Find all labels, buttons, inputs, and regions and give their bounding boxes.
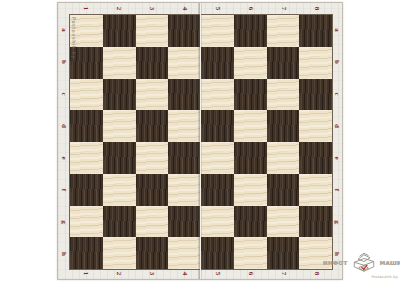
coord-top-4: 4 (179, 0, 190, 25)
coord-right-d: d (321, 121, 353, 132)
coord-right-a: a (321, 25, 353, 36)
coord-bottom-1: 1 (80, 257, 91, 283)
coords-left: abcdefgh (58, 14, 69, 270)
coord-bottom-3: 3 (146, 257, 157, 283)
square-c6 (234, 79, 267, 111)
square-f3 (136, 174, 169, 206)
square-e2 (103, 142, 136, 174)
square-f7 (267, 174, 300, 206)
vertical-watermark: Postavshik.by (71, 17, 77, 59)
coord-top-3: 3 (146, 0, 157, 25)
logo-sub-text: Postavshik.by (371, 276, 398, 280)
logo-right-text: МАШИНЕ (380, 261, 400, 267)
coord-left-c: c (48, 89, 80, 100)
coord-left-g: g (48, 217, 80, 228)
square-d2 (103, 110, 136, 142)
square-b5 (201, 47, 234, 79)
fold-seam (199, 3, 202, 279)
coord-right-b: b (321, 57, 353, 68)
square-f2 (103, 174, 136, 206)
square-d7 (267, 110, 300, 142)
printer-icon (349, 251, 379, 277)
square-g2 (103, 206, 136, 238)
coord-left-e: e (48, 153, 80, 164)
square-c4 (168, 79, 201, 111)
chessboard: 12345678 12345678 abcdefgh abcdefgh Post… (57, 2, 343, 280)
square-c3 (136, 79, 169, 111)
logo-left-text: ИНФОТ (323, 261, 348, 267)
coords-right: abcdefgh (331, 14, 342, 270)
square-f4 (168, 174, 201, 206)
square-b7 (267, 47, 300, 79)
square-c7 (267, 79, 300, 111)
square-e3 (136, 142, 169, 174)
coord-right-e: e (321, 153, 353, 164)
square-g7 (267, 206, 300, 238)
coord-top-1: 1 (80, 0, 91, 25)
coord-bottom-5: 5 (212, 257, 223, 283)
square-d4 (168, 110, 201, 142)
square-g6 (234, 206, 267, 238)
coords-bottom: 12345678 (69, 268, 333, 279)
square-d5 (201, 110, 234, 142)
coord-top-6: 6 (245, 0, 256, 25)
square-e4 (168, 142, 201, 174)
coord-bottom-2: 2 (113, 257, 124, 283)
coord-left-f: f (48, 185, 80, 196)
square-e7 (267, 142, 300, 174)
square-b4 (168, 47, 201, 79)
coord-top-8: 8 (311, 0, 322, 25)
square-f6 (234, 174, 267, 206)
square-b6 (234, 47, 267, 79)
coord-bottom-6: 6 (245, 257, 256, 283)
coord-top-5: 5 (212, 0, 223, 25)
coord-bottom-7: 7 (278, 257, 289, 283)
coord-right-f: f (321, 185, 353, 196)
coord-left-h: h (48, 249, 80, 260)
square-g3 (136, 206, 169, 238)
coord-bottom-8: 8 (311, 257, 322, 283)
square-c2 (103, 79, 136, 111)
coord-right-c: c (321, 89, 353, 100)
square-d6 (234, 110, 267, 142)
coords-top: 12345678 (69, 3, 333, 14)
square-c5 (201, 79, 234, 111)
square-e5 (201, 142, 234, 174)
shop-logo-watermark: ИНФОТ МАШИНЕ Postavshik.by (334, 247, 400, 281)
coord-top-2: 2 (113, 0, 124, 25)
coord-top-7: 7 (278, 0, 289, 25)
square-d3 (136, 110, 169, 142)
coord-bottom-4: 4 (179, 257, 190, 283)
coord-right-g: g (321, 217, 353, 228)
coord-left-d: d (48, 121, 80, 132)
square-b3 (136, 47, 169, 79)
square-g4 (168, 206, 201, 238)
square-g5 (201, 206, 234, 238)
square-e6 (234, 142, 267, 174)
square-b2 (103, 47, 136, 79)
square-f5 (201, 174, 234, 206)
